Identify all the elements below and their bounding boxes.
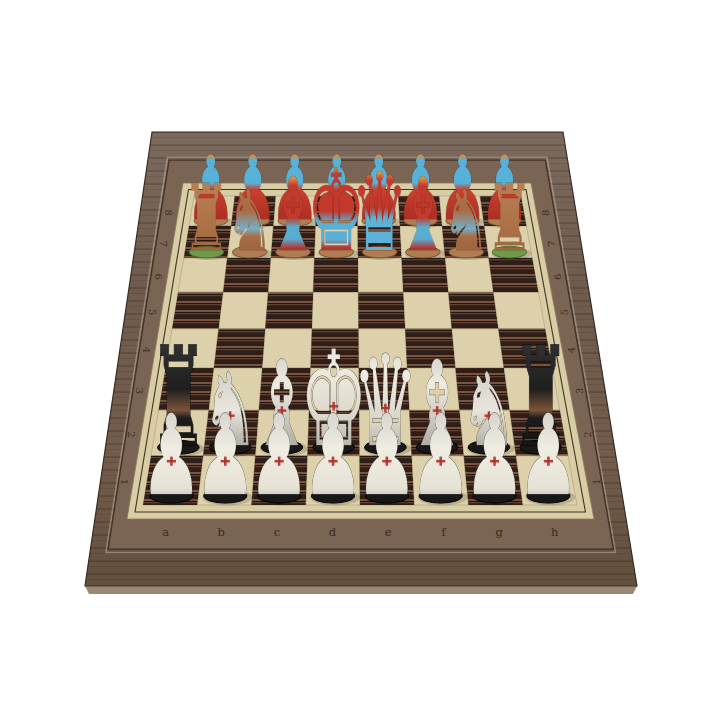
rank-label-8-left: 8: [163, 210, 174, 216]
rank-label-5-right: 5: [559, 309, 570, 315]
file-label-h-bottom: h: [551, 525, 559, 539]
piece-white-pawn-f1: ♟: [410, 391, 472, 521]
svg-text:♟: ♟: [140, 391, 202, 521]
piece-white-pawn-d1: ♟: [302, 391, 364, 521]
piece-white-pawn-h1: ♟: [517, 391, 579, 521]
svg-text:♟: ♟: [194, 391, 256, 521]
board-edge: [85, 586, 637, 594]
piece-red-knight-g7: ♞: [443, 171, 490, 271]
svg-text:♟: ♟: [302, 391, 364, 521]
svg-text:♝: ♝: [396, 156, 449, 274]
chess-board-photo: abcdefgh8877665544332211♟♟♟♟♟♟♟♟♜♞♝♚♛♝♞♜…: [0, 0, 720, 720]
svg-text:♟: ♟: [410, 391, 472, 521]
svg-text:♟: ♟: [517, 391, 579, 521]
file-label-d-bottom: d: [329, 525, 337, 539]
rank-label-6-right: 6: [552, 274, 563, 280]
svg-text:♜: ♜: [486, 165, 533, 272]
rank-label-8-right: 8: [540, 210, 551, 216]
file-label-b-bottom: b: [218, 525, 225, 539]
rank-label-7-left: 7: [158, 241, 169, 247]
file-label-f-bottom: f: [442, 525, 447, 539]
svg-text:♟: ♟: [248, 391, 310, 521]
piece-red-bishop-f7: ♝: [396, 156, 449, 274]
file-label-e-bottom: e: [385, 525, 392, 539]
file-label-a-bottom: a: [162, 525, 169, 539]
svg-text:♜: ♜: [183, 165, 230, 272]
piece-white-pawn-e1: ♟: [356, 391, 418, 521]
product-photo-scene: abcdefgh8877665544332211♟♟♟♟♟♟♟♟♜♞♝♚♛♝♞♜…: [0, 0, 720, 720]
piece-red-rook-h7: ♜: [486, 165, 533, 272]
rank-label-2-right: 2: [582, 431, 593, 437]
rank-label-6-left: 6: [153, 274, 164, 280]
square-f5: [403, 292, 452, 329]
piece-red-rook-a7: ♜: [183, 165, 230, 272]
file-label-c-bottom: c: [274, 525, 280, 539]
svg-text:♟: ♟: [464, 391, 526, 521]
file-label-g-bottom: g: [496, 525, 504, 539]
svg-text:♞: ♞: [443, 171, 490, 271]
piece-white-pawn-c1: ♟: [248, 391, 310, 521]
square-g5: [448, 292, 498, 329]
svg-text:♟: ♟: [356, 391, 418, 521]
piece-white-pawn-g1: ♟: [464, 391, 526, 521]
rank-label-1-left: 1: [119, 479, 130, 485]
rank-label-2-left: 2: [126, 431, 137, 437]
rank-label-1-right: 1: [591, 479, 602, 485]
square-b5: [219, 292, 269, 329]
piece-white-pawn-a1: ♟: [140, 391, 202, 521]
rank-label-5-left: 5: [147, 309, 158, 315]
piece-white-pawn-b1: ♟: [194, 391, 256, 521]
rank-label-7-right: 7: [546, 241, 557, 247]
